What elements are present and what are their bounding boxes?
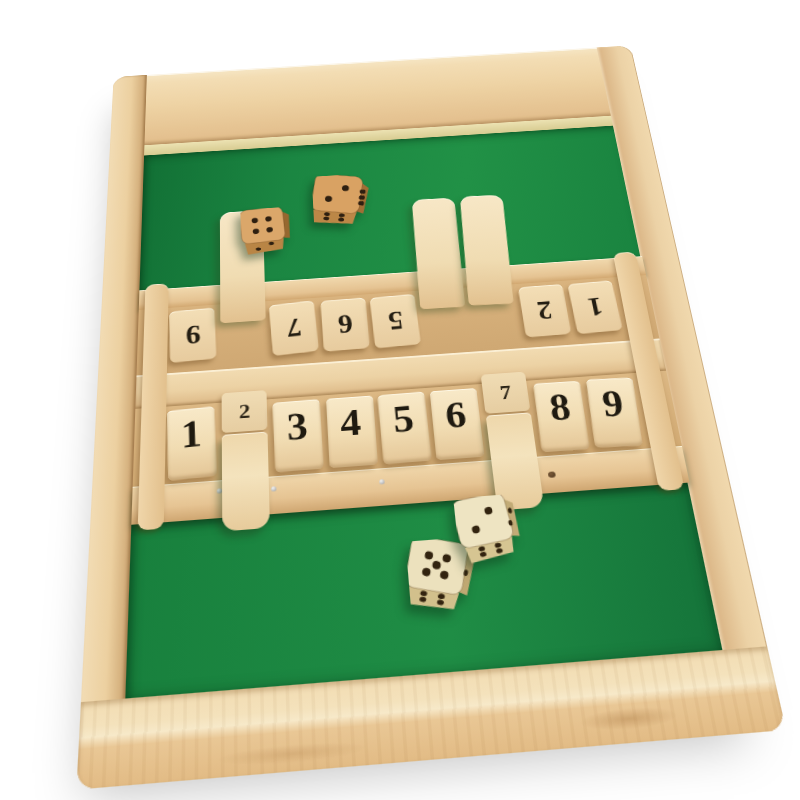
die-near-right xyxy=(453,493,531,569)
tile-number: 8 xyxy=(547,386,573,429)
tile-number: 6 xyxy=(336,309,353,340)
near-tile-2-flipped-number: 2 xyxy=(222,390,268,433)
near-tile-4: 4 xyxy=(326,396,378,469)
tile-number: 3 xyxy=(286,405,309,449)
die-far-left xyxy=(241,207,299,260)
far-tile-7: 7 xyxy=(269,300,319,356)
tile-number: 5 xyxy=(386,305,404,336)
near-tile-2-flipped xyxy=(222,432,270,532)
tile-number: 9 xyxy=(599,383,625,425)
near-tile-9: 9 xyxy=(586,378,643,448)
tile-number: 1 xyxy=(584,292,605,322)
tile-number: 7 xyxy=(285,312,303,343)
near-tile-6: 6 xyxy=(430,388,485,460)
shut-the-box-board: 976521123456789 xyxy=(76,45,786,789)
near-tile-1: 1 xyxy=(167,406,217,481)
far-tile-6: 6 xyxy=(320,297,369,351)
far-tile-9: 9 xyxy=(169,307,216,362)
tile-number: 1 xyxy=(180,412,202,456)
near-tile-7-flipped-number: 7 xyxy=(481,372,531,414)
die-far-right xyxy=(311,172,377,230)
product-photo-stage: 976521123456789 xyxy=(0,0,800,800)
near-tile-3: 3 xyxy=(273,399,325,473)
rail-hole xyxy=(548,471,556,478)
tile-number: 2 xyxy=(535,295,555,325)
near-tile-5: 5 xyxy=(377,391,432,464)
far-tile-5: 5 xyxy=(369,294,420,349)
tile-number: 2 xyxy=(239,399,251,424)
tile-number: 6 xyxy=(443,394,468,437)
tile-number: 5 xyxy=(391,397,416,441)
tile-number: 7 xyxy=(498,380,512,405)
tile-number: 9 xyxy=(185,319,201,350)
tile-number: 4 xyxy=(339,401,362,444)
